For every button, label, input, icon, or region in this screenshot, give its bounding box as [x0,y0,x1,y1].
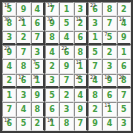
cell-digit: 7 [6,106,12,114]
cell-digit: 9 [35,92,41,100]
cell-r6c3[interactable]: 301 [31,74,45,88]
cell-digit: 4 [64,34,70,42]
cell-r7c4[interactable]: 5 [45,88,59,102]
cell-digit: 9 [78,106,84,114]
cell-r9c3[interactable]: 2 [31,117,45,131]
cell-r3c3[interactable]: 7 [31,31,45,45]
cell-r4c6[interactable]: 8 [74,45,88,59]
cell-r6c4[interactable]: 3 [45,74,59,88]
cell-r5c3[interactable]: 75 [31,59,45,73]
cell-digit: 9 [121,34,127,42]
cell-digit: 3 [107,63,113,71]
cell-r3c4[interactable]: 8 [45,31,59,45]
cell-digit: 6 [35,20,41,28]
cell-digit: 1 [92,34,98,42]
cell-r8c2[interactable]: 4 [16,102,30,116]
cell-r8c5[interactable]: 3 [59,102,73,116]
cell-digit: 1 [64,6,70,14]
cell-r1c9[interactable]: 2 [117,2,131,16]
cell-digit: 9 [64,63,70,71]
cell-r2c5[interactable]: 5 [59,16,73,30]
killer-sudoku-board: 1559411713236823082916329511237144327846… [0,0,133,133]
cell-digit: 2 [107,49,113,57]
cell-digit: 2 [64,92,70,100]
cage-sum-label: 11 [47,3,52,8]
cage-sum-label: 22 [61,46,66,51]
cell-r2c6[interactable]: 112 [74,16,88,30]
cell-r4c9[interactable]: 1 [117,45,131,59]
cell-digit: 8 [107,6,113,14]
cell-r4c4[interactable]: 4 [45,45,59,59]
cell-r2c1[interactable]: 308 [2,16,16,30]
cell-digit: 1 [121,49,127,57]
cage-sum-label: 19 [104,75,109,80]
cell-r8c3[interactable]: 8 [31,102,45,116]
cage-sum-label: 20 [119,75,124,80]
cell-digit: 7 [21,49,27,57]
cell-r7c5[interactable]: 2 [59,88,73,102]
cage-sum-label: 7 [104,32,107,37]
cell-digit: 6 [49,106,55,114]
cell-r1c7[interactable]: 236 [88,2,102,16]
cell-digit: 8 [49,34,55,42]
cell-digit: 3 [21,92,27,100]
cell-r5c5[interactable]: 9 [59,59,73,73]
cell-r3c5[interactable]: 4 [59,31,73,45]
cell-digit: 7 [92,63,98,71]
cell-digit: 3 [121,120,127,128]
cell-r3c9[interactable]: 9 [117,31,131,45]
cell-digit: 3 [78,6,84,14]
cell-digit: 1 [6,92,12,100]
cell-r6c8[interactable]: 199 [102,74,116,88]
cell-r4c8[interactable]: 2 [102,45,116,59]
cell-r2c4[interactable]: 329 [45,16,59,30]
cell-r3c8[interactable]: 75 [102,31,116,45]
cell-digit: 4 [107,120,113,128]
cell-r7c9[interactable]: 7 [117,88,131,102]
cell-digit: 3 [64,106,70,114]
cell-digit: 7 [64,77,70,85]
cell-digit: 2 [21,34,27,42]
cell-digit: 8 [78,49,84,57]
cell-digit: 8 [64,120,70,128]
cell-digit: 2 [49,63,55,71]
cell-digit: 5 [92,49,98,57]
cell-r8c1[interactable]: 7 [2,102,16,116]
cell-r6c2[interactable]: 176 [16,74,30,88]
cage-sum-label: 16 [47,118,52,123]
cell-r6c6[interactable]: 205 [74,74,88,88]
cell-r7c7[interactable]: 8 [88,88,102,102]
cell-r1c2[interactable]: 9 [16,2,30,16]
cell-digit: 6 [107,92,113,100]
cell-r3c1[interactable]: 3 [2,31,16,45]
cell-r4c2[interactable]: 7 [16,45,30,59]
cell-r3c6[interactable]: 6 [74,31,88,45]
cell-r9c6[interactable]: 7 [74,117,88,131]
cell-digit: 4 [35,6,41,14]
cage-sum-label: 17 [104,103,109,108]
cell-digit: 2 [121,6,127,14]
cell-digit: 4 [21,106,27,114]
cage-sum-label: 30 [4,17,9,22]
cell-r9c1[interactable]: 136 [2,117,16,131]
cell-r6c9[interactable]: 208 [117,74,131,88]
cell-r1c6[interactable]: 3 [74,2,88,16]
cell-r9c5[interactable]: 8 [59,117,73,131]
cell-digit: 5 [107,34,113,42]
cell-digit: 8 [35,106,41,114]
cell-r5c2[interactable]: 8 [16,59,30,73]
cell-digit: 4 [49,49,55,57]
cell-digit: 9 [92,120,98,128]
cage-sum-label: 17 [18,75,23,80]
cell-r5c1[interactable]: 4 [2,59,16,73]
cage-sum-label: 17 [76,60,81,65]
cell-r5c6[interactable]: 171 [74,59,88,73]
cell-r2c2[interactable]: 291 [16,16,30,30]
cell-digit: 7 [35,34,41,42]
cell-r4c5[interactable]: 226 [59,45,73,59]
cell-digit: 5 [64,20,70,28]
cell-r5c9[interactable]: 6 [117,59,131,73]
cell-r2c7[interactable]: 3 [88,16,102,30]
cell-digit: 3 [92,20,98,28]
cell-r2c9[interactable]: 144 [117,16,131,30]
cell-digit: 5 [21,120,27,128]
cell-digit: 5 [35,63,41,71]
cage-sum-label: 23 [90,3,95,8]
cage-sum-label: 14 [119,17,124,22]
cell-digit: 6 [121,63,127,71]
cell-r2c3[interactable]: 6 [31,16,45,30]
cell-r5c8[interactable]: 3 [102,59,116,73]
cell-digit: 3 [6,34,12,42]
cell-r9c9[interactable]: 3 [117,117,131,131]
cell-r7c6[interactable]: 4 [74,88,88,102]
cell-digit: 7 [107,20,113,28]
cell-r7c3[interactable]: 9 [31,88,45,102]
cell-r1c4[interactable]: 117 [45,2,59,16]
cell-digit: 6 [78,34,84,42]
cell-r6c1[interactable]: 2 [2,74,16,88]
cell-digit: 3 [49,77,55,85]
cage-sum-label: 20 [76,75,81,80]
cell-r7c2[interactable]: 3 [16,88,30,102]
cage-sum-label: 32 [47,17,52,22]
cell-digit: 7 [78,120,84,128]
cell-digit: 5 [49,92,55,100]
cell-r7c8[interactable]: 6 [102,88,116,102]
cage-sum-label: 11 [76,17,81,22]
cell-r2c8[interactable]: 7 [102,16,116,30]
cell-r1c3[interactable]: 4 [31,2,45,16]
cell-r3c2[interactable]: 2 [16,31,30,45]
cell-digit: 2 [35,120,41,128]
cell-r1c5[interactable]: 1 [59,2,73,16]
cell-r4c3[interactable]: 3 [31,45,45,59]
cage-sum-label: 30 [33,75,38,80]
cage-sum-label: 29 [18,17,23,22]
cell-digit: 7 [121,92,127,100]
cell-r9c4[interactable]: 161 [45,117,59,131]
cell-r1c1[interactable]: 155 [2,2,16,16]
cell-digit: 3 [35,49,41,57]
cell-r9c8[interactable]: 4 [102,117,116,131]
cell-r1c8[interactable]: 8 [102,2,116,16]
cell-r8c6[interactable]: 9 [74,102,88,116]
cell-r8c9[interactable]: 5 [117,102,131,116]
cell-digit: 2 [6,77,12,85]
cell-r9c2[interactable]: 5 [16,117,30,131]
cell-r4c1[interactable]: 239 [2,45,16,59]
cell-r6c7[interactable]: 234 [88,74,102,88]
cell-r8c8[interactable]: 171 [102,102,116,116]
cell-digit: 2 [92,106,98,114]
cell-r8c7[interactable]: 2 [88,102,102,116]
cell-r7c1[interactable]: 1 [2,88,16,102]
cage-sum-label: 23 [90,75,95,80]
cell-r5c7[interactable]: 7 [88,59,102,73]
cell-digit: 5 [121,106,127,114]
cell-digit: 8 [92,92,98,100]
cell-r9c7[interactable]: 9 [88,117,102,131]
cage-sum-label: 13 [4,118,9,123]
cell-digit: 9 [21,6,27,14]
cell-digit: 4 [6,63,12,71]
cell-r8c4[interactable]: 6 [45,102,59,116]
cell-digit: 4 [78,92,84,100]
cell-digit: 8 [21,63,27,71]
cell-r4c7[interactable]: 5 [88,45,102,59]
cage-sum-label: 7 [33,60,36,65]
cell-r5c4[interactable]: 2 [45,59,59,73]
cage-sum-label: 15 [4,3,9,8]
cell-r3c7[interactable]: 1 [88,31,102,45]
cell-r6c5[interactable]: 7 [59,74,73,88]
cage-sum-label: 23 [4,46,9,51]
